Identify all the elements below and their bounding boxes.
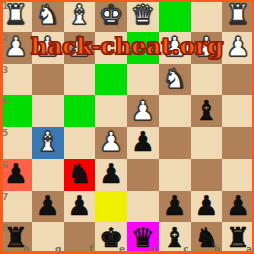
square-e1[interactable]: ♚ — [95, 0, 127, 32]
square-f7[interactable]: ♟ — [64, 191, 96, 223]
square-a8[interactable]: ♜a — [222, 222, 254, 254]
square-e3[interactable] — [95, 64, 127, 96]
white-pawn: ♟ — [194, 33, 218, 60]
square-h2[interactable]: ♟2 — [0, 32, 32, 64]
white-rook: ♜ — [226, 1, 250, 28]
black-pawn: ♟ — [226, 192, 250, 219]
rank-label-1: 1 — [2, 1, 8, 11]
square-c4[interactable] — [159, 95, 191, 127]
file-label-b: b — [214, 244, 220, 254]
square-b8[interactable]: ♞b — [191, 222, 223, 254]
rank-label-5: 5 — [2, 128, 8, 138]
square-a2[interactable]: ♟ — [222, 32, 254, 64]
white-pawn: ♟ — [67, 33, 91, 60]
white-pawn: ♟ — [4, 33, 28, 60]
black-rook: ♜ — [4, 224, 28, 251]
square-a7[interactable]: ♟ — [222, 191, 254, 223]
file-label-e: e — [119, 244, 125, 254]
square-c5[interactable] — [159, 127, 191, 159]
chess-board: ♜1♞♝♚♛♜♟2♟♟♟♟♟3♞4♟♝5♝♟♟♟6♞♟7♟♟♟♟♟♜8hgf♚e… — [0, 0, 254, 254]
square-c3[interactable]: ♞ — [159, 64, 191, 96]
square-b1[interactable] — [191, 0, 223, 32]
square-a5[interactable] — [222, 127, 254, 159]
file-label-a: a — [246, 244, 252, 254]
square-f4[interactable] — [64, 95, 96, 127]
square-b6[interactable] — [191, 159, 223, 191]
square-a6[interactable] — [222, 159, 254, 191]
black-pawn: ♟ — [194, 192, 218, 219]
white-king: ♚ — [99, 1, 123, 28]
file-label-c: c — [183, 244, 188, 254]
square-c2[interactable]: ♟ — [159, 32, 191, 64]
square-c7[interactable]: ♟ — [159, 191, 191, 223]
square-a4[interactable] — [222, 95, 254, 127]
rank-label-4: 4 — [2, 96, 8, 106]
square-h3[interactable]: 3 — [0, 64, 32, 96]
chess-app-screenshot: ♜1♞♝♚♛♜♟2♟♟♟♟♟3♞4♟♝5♝♟♟♟6♞♟7♟♟♟♟♟♜8hgf♚e… — [0, 0, 254, 254]
black-knight: ♞ — [194, 224, 218, 251]
square-f3[interactable] — [64, 64, 96, 96]
square-b5[interactable] — [191, 127, 223, 159]
black-rook: ♜ — [226, 224, 250, 251]
square-d4[interactable]: ♟ — [127, 95, 159, 127]
white-pawn: ♟ — [36, 33, 60, 60]
rank-label-7: 7 — [2, 192, 8, 202]
square-f5[interactable] — [64, 127, 96, 159]
square-b4[interactable]: ♝ — [191, 95, 223, 127]
square-h7[interactable]: 7 — [0, 191, 32, 223]
black-pawn: ♟ — [163, 192, 187, 219]
square-h8[interactable]: ♜8h — [0, 222, 32, 254]
square-d6[interactable] — [127, 159, 159, 191]
square-e8[interactable]: ♚e — [95, 222, 127, 254]
square-d7[interactable] — [127, 191, 159, 223]
white-bishop: ♝ — [36, 128, 60, 155]
black-bishop: ♝ — [194, 97, 218, 124]
white-knight: ♞ — [163, 65, 187, 92]
white-knight: ♞ — [36, 1, 60, 28]
black-pawn: ♟ — [131, 128, 155, 155]
black-king: ♚ — [99, 224, 123, 251]
square-f6[interactable]: ♞ — [64, 159, 96, 191]
black-queen: ♛ — [131, 224, 155, 251]
square-a3[interactable] — [222, 64, 254, 96]
rank-label-3: 3 — [2, 65, 8, 75]
square-g2[interactable]: ♟ — [32, 32, 64, 64]
square-e5[interactable]: ♟ — [95, 127, 127, 159]
white-queen: ♛ — [131, 1, 155, 28]
square-c6[interactable] — [159, 159, 191, 191]
white-pawn: ♟ — [131, 97, 155, 124]
rank-label-2: 2 — [2, 33, 8, 43]
square-g7[interactable]: ♟ — [32, 191, 64, 223]
square-d8[interactable]: ♛d — [127, 222, 159, 254]
square-e2[interactable] — [95, 32, 127, 64]
square-h5[interactable]: 5 — [0, 127, 32, 159]
square-f1[interactable]: ♝ — [64, 0, 96, 32]
file-label-h: h — [23, 244, 29, 254]
square-a1[interactable]: ♜ — [222, 0, 254, 32]
black-pawn: ♟ — [4, 160, 28, 187]
square-h6[interactable]: ♟6 — [0, 159, 32, 191]
white-rook: ♜ — [4, 1, 28, 28]
file-label-g: g — [55, 244, 61, 254]
square-b3[interactable] — [191, 64, 223, 96]
square-b2[interactable]: ♟ — [191, 32, 223, 64]
square-c8[interactable]: ♝c — [159, 222, 191, 254]
square-g5[interactable]: ♝ — [32, 127, 64, 159]
white-pawn: ♟ — [99, 128, 123, 155]
file-label-f: f — [89, 244, 93, 254]
square-e7[interactable] — [95, 191, 127, 223]
square-d1[interactable]: ♛ — [127, 0, 159, 32]
square-b7[interactable]: ♟ — [191, 191, 223, 223]
square-c1[interactable] — [159, 0, 191, 32]
file-label-d: d — [150, 244, 156, 254]
square-d3[interactable] — [127, 64, 159, 96]
rank-label-6: 6 — [2, 160, 8, 170]
white-bishop: ♝ — [67, 1, 91, 28]
square-g4[interactable] — [32, 95, 64, 127]
white-pawn: ♟ — [163, 33, 187, 60]
square-g3[interactable] — [32, 64, 64, 96]
square-d2[interactable] — [127, 32, 159, 64]
square-f2[interactable]: ♟ — [64, 32, 96, 64]
black-pawn: ♟ — [36, 192, 60, 219]
square-g8[interactable]: g — [32, 222, 64, 254]
square-f8[interactable]: f — [64, 222, 96, 254]
square-g1[interactable]: ♞ — [32, 0, 64, 32]
square-h1[interactable]: ♜1 — [0, 0, 32, 32]
black-knight: ♞ — [67, 160, 91, 187]
black-bishop: ♝ — [163, 224, 187, 251]
square-e6[interactable]: ♟ — [95, 159, 127, 191]
black-pawn: ♟ — [67, 192, 91, 219]
white-pawn: ♟ — [226, 33, 250, 60]
rank-label-8: 8 — [2, 223, 8, 233]
square-d5[interactable]: ♟ — [127, 127, 159, 159]
black-pawn: ♟ — [99, 160, 123, 187]
square-g6[interactable] — [32, 159, 64, 191]
square-e4[interactable] — [95, 95, 127, 127]
square-h4[interactable]: 4 — [0, 95, 32, 127]
